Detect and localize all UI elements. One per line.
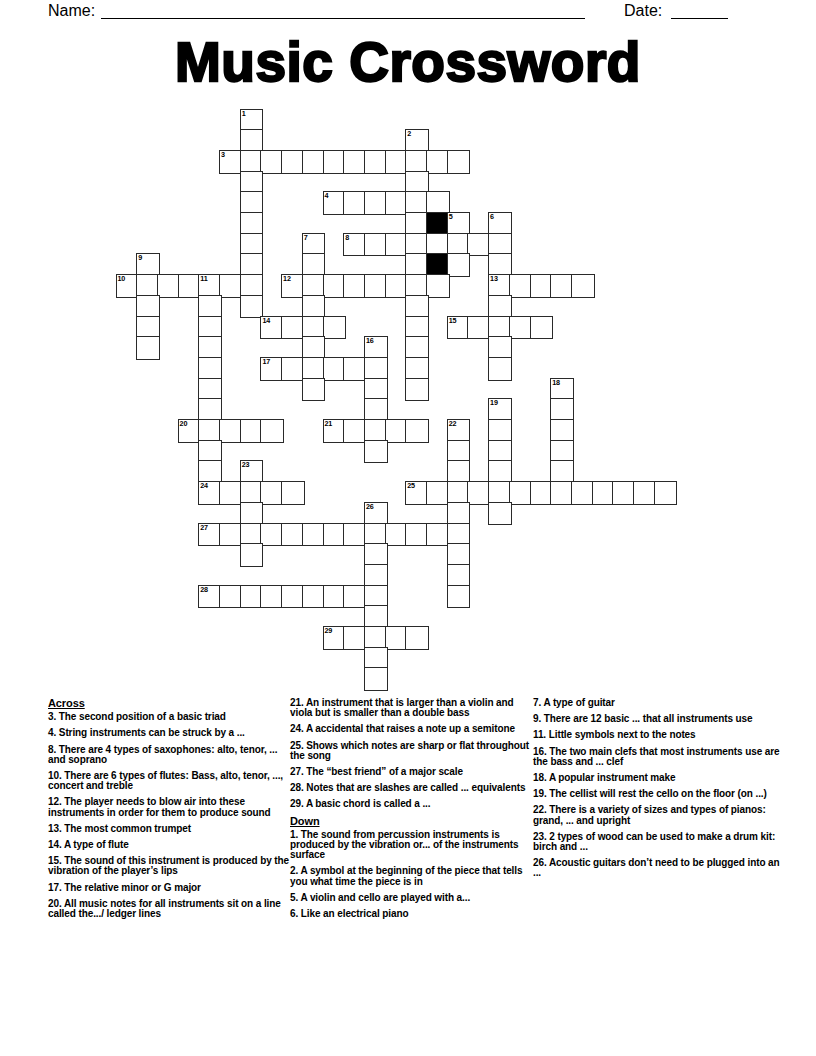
clue-down-6: 6. Like an electrical piano bbox=[290, 909, 537, 919]
clue-column-2: 21. An instrument that is larger than a … bbox=[290, 698, 537, 925]
cell-number: 18 bbox=[552, 378, 560, 387]
clue-across-24: 24. A accidental that raises a note up a… bbox=[290, 724, 537, 734]
grid-cell[interactable] bbox=[571, 274, 595, 298]
cell-number: 1 bbox=[242, 109, 246, 118]
cell-number: 16 bbox=[366, 336, 374, 345]
clue-across-27: 27. The “best friend” of a major scale bbox=[290, 767, 537, 777]
grid-cell[interactable] bbox=[447, 150, 471, 174]
clue-across-3: 3. The second position of a basic triad bbox=[48, 712, 295, 722]
clue-down-26: 26. Acoustic guitars don’t need to be pl… bbox=[533, 858, 780, 878]
clue-down-22: 22. There is a variety of sizes and type… bbox=[533, 805, 780, 825]
date-blank-line[interactable] bbox=[671, 2, 728, 19]
clue-down-16: 16. The two main clefs that most instrum… bbox=[533, 747, 780, 767]
cell-number: 12 bbox=[283, 274, 291, 283]
worksheet-page: Name: Date: Music Crossword 123456789101… bbox=[0, 0, 816, 1056]
grid-cell[interactable] bbox=[488, 357, 512, 381]
cell-number: 3 bbox=[221, 150, 225, 159]
cell-number: 2 bbox=[407, 129, 411, 138]
cell-number: 22 bbox=[449, 419, 457, 428]
cell-number: 17 bbox=[262, 357, 270, 366]
name-label: Name: bbox=[48, 2, 95, 20]
clue-down-7: 7. A type of guitar bbox=[533, 698, 780, 708]
cell-number: 11 bbox=[200, 274, 207, 283]
grid-cell[interactable] bbox=[281, 481, 305, 505]
cell-number: 24 bbox=[200, 481, 208, 490]
clue-across-25: 25. Shows which notes are sharp or flat … bbox=[290, 741, 537, 761]
clue-across-4: 4. String instruments can be struck by a… bbox=[48, 728, 295, 738]
grid-cell[interactable] bbox=[488, 502, 512, 526]
crossword-grid: 1234567891011121314151617181920212223242… bbox=[117, 110, 676, 690]
clue-across-12: 12. The player needs to blow air into th… bbox=[48, 797, 295, 817]
grid-cell[interactable] bbox=[136, 336, 160, 360]
clue-across-28: 28. Notes that are slashes are called ..… bbox=[290, 783, 537, 793]
cell-number: 13 bbox=[490, 274, 498, 283]
cell-number: 28 bbox=[200, 585, 208, 594]
grid-cell[interactable] bbox=[323, 316, 347, 340]
cell-number: 6 bbox=[490, 212, 494, 221]
clue-across-17: 17. The relative minor or G major bbox=[48, 883, 295, 893]
grid-cell[interactable] bbox=[364, 667, 388, 691]
clue-across-8: 8. There are 4 types of saxophones: alto… bbox=[48, 745, 295, 765]
clue-across-14: 14. A type of flute bbox=[48, 840, 295, 850]
page-title: Music Crossword bbox=[0, 30, 816, 94]
grid-cell[interactable] bbox=[530, 316, 554, 340]
cell-number: 26 bbox=[366, 502, 374, 511]
down-clues-heading: Down bbox=[290, 816, 537, 826]
cell-number: 29 bbox=[325, 626, 333, 635]
clue-across-29: 29. A basic chord is called a ... bbox=[290, 799, 537, 809]
grid-cell[interactable] bbox=[405, 626, 429, 650]
grid-cell[interactable] bbox=[405, 378, 429, 402]
grid-cell[interactable] bbox=[405, 419, 429, 443]
name-blank-line[interactable] bbox=[101, 2, 585, 19]
cell-number: 27 bbox=[200, 523, 208, 532]
grid-cell[interactable] bbox=[654, 481, 678, 505]
clue-across-21: 21. An instrument that is larger than a … bbox=[290, 698, 537, 718]
cell-number: 14 bbox=[262, 316, 270, 325]
clue-across-13: 13. The most common trumpet bbox=[48, 824, 295, 834]
clue-down-19: 19. The cellist will rest the cello on t… bbox=[533, 789, 780, 799]
date-label: Date: bbox=[624, 2, 662, 20]
cell-number: 19 bbox=[490, 398, 498, 407]
grid-cell[interactable] bbox=[364, 440, 388, 464]
clue-across-20: 20. All music notes for all instruments … bbox=[48, 899, 295, 919]
clue-column-1: Across3. The second position of a basic … bbox=[48, 698, 295, 925]
cell-number: 10 bbox=[118, 274, 126, 283]
clue-across-15: 15. The sound of this instrument is prod… bbox=[48, 856, 295, 876]
clue-down-2: 2. A symbol at the beginning of the piec… bbox=[290, 866, 537, 886]
cell-number: 4 bbox=[325, 191, 329, 200]
clue-down-1: 1. The sound from percussion instruments… bbox=[290, 830, 537, 861]
grid-cell[interactable] bbox=[447, 253, 471, 277]
cell-number: 9 bbox=[138, 253, 142, 262]
clue-across-10: 10. There are 6 types of flutes: Bass, a… bbox=[48, 771, 295, 791]
cell-number: 8 bbox=[345, 233, 349, 242]
grid-cell[interactable] bbox=[447, 585, 471, 609]
clue-down-9: 9. There are 12 basic ... that all instr… bbox=[533, 714, 780, 724]
clue-column-3: 7. A type of guitar9. There are 12 basic… bbox=[533, 698, 780, 885]
cell-number: 21 bbox=[325, 419, 333, 428]
cell-number: 5 bbox=[449, 212, 453, 221]
worksheet-header: Name: Date: bbox=[0, 0, 816, 26]
clue-down-23: 23. 2 types of wood can be used to make … bbox=[533, 832, 780, 852]
cell-number: 23 bbox=[242, 460, 250, 469]
clue-down-5: 5. A violin and cello are played with a.… bbox=[290, 893, 537, 903]
grid-cell[interactable] bbox=[426, 274, 450, 298]
cell-number: 25 bbox=[407, 481, 415, 490]
cell-number: 20 bbox=[180, 419, 188, 428]
cell-number: 15 bbox=[449, 316, 457, 325]
grid-cell[interactable] bbox=[302, 378, 326, 402]
grid-cell[interactable] bbox=[240, 543, 264, 567]
clue-down-11: 11. Little symbols next to the notes bbox=[533, 730, 780, 740]
across-clues-heading: Across bbox=[48, 698, 295, 708]
cell-number: 7 bbox=[304, 233, 308, 242]
clue-down-18: 18. A popular instrument make bbox=[533, 773, 780, 783]
grid-cell[interactable] bbox=[260, 419, 284, 443]
